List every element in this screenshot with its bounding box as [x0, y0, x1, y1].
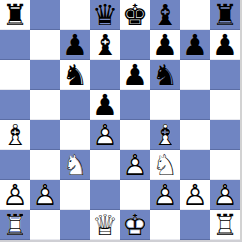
square-h4[interactable]: [210, 120, 240, 150]
square-b4[interactable]: [30, 120, 60, 150]
white-pawn[interactable]: ♟♙: [0, 180, 30, 210]
square-b3[interactable]: [30, 150, 60, 180]
black-pawn[interactable]: ♟: [122, 61, 148, 90]
square-h6[interactable]: [210, 60, 240, 90]
white-king-outline: ♔: [120, 210, 150, 240]
square-a5[interactable]: [0, 90, 30, 120]
white-rook-outline: ♖: [0, 210, 30, 240]
white-knight-outline: ♘: [60, 150, 90, 180]
black-pawn[interactable]: ♟: [212, 31, 238, 60]
white-pawn-outline: ♙: [120, 150, 150, 180]
square-g6[interactable]: [180, 60, 210, 90]
white-knight[interactable]: ♞♘: [60, 150, 90, 180]
black-bishop[interactable]: ♝: [152, 1, 178, 30]
white-queen[interactable]: ♛♕: [90, 210, 120, 240]
black-pawn[interactable]: ♟: [182, 31, 208, 60]
white-pawn-outline: ♙: [30, 180, 60, 210]
square-g8[interactable]: [180, 0, 210, 30]
square-a7[interactable]: [0, 30, 30, 60]
square-h8[interactable]: ♜: [210, 0, 240, 30]
square-e4[interactable]: [120, 120, 150, 150]
black-knight[interactable]: ♞: [62, 61, 88, 90]
white-pawn-outline: ♙: [180, 180, 210, 210]
square-g1[interactable]: [180, 210, 210, 240]
square-c5[interactable]: [60, 90, 90, 120]
square-f8[interactable]: ♝: [150, 0, 180, 30]
square-d6[interactable]: [90, 60, 120, 90]
black-pawn[interactable]: ♟: [62, 31, 88, 60]
square-d7[interactable]: ♝: [90, 30, 120, 60]
square-f6[interactable]: ♞: [150, 60, 180, 90]
square-c6[interactable]: ♞: [60, 60, 90, 90]
white-knight[interactable]: ♞♘: [150, 150, 180, 180]
black-rook[interactable]: ♜: [212, 1, 238, 30]
square-d3[interactable]: [90, 150, 120, 180]
square-b2[interactable]: ♟♙: [30, 180, 60, 210]
white-pawn-outline: ♙: [150, 180, 180, 210]
black-bishop[interactable]: ♝: [92, 31, 118, 60]
white-pawn[interactable]: ♟♙: [90, 120, 120, 150]
white-pawn[interactable]: ♟♙: [180, 180, 210, 210]
square-e6[interactable]: ♟: [120, 60, 150, 90]
white-pawn-outline: ♙: [210, 180, 240, 210]
chess-board-wrapper: ♜♛♚♝♜♟♝♟♟♟♞♟♞♟♝♗♟♙♝♗♞♘♟♙♞♘♟♙♟♙♟♙♟♙♟♙♜♖♛♕…: [0, 0, 242, 242]
black-queen[interactable]: ♛: [92, 1, 118, 30]
white-bishop-outline: ♗: [150, 120, 180, 150]
square-b5[interactable]: [30, 90, 60, 120]
square-g5[interactable]: [180, 90, 210, 120]
square-a2[interactable]: ♟♙: [0, 180, 30, 210]
white-rook[interactable]: ♜♖: [0, 210, 30, 240]
white-bishop-outline: ♗: [0, 120, 30, 150]
square-f5[interactable]: [150, 90, 180, 120]
white-rook-outline: ♖: [210, 210, 240, 240]
square-h1[interactable]: ♜♖: [210, 210, 240, 240]
square-c7[interactable]: ♟: [60, 30, 90, 60]
square-d2[interactable]: [90, 180, 120, 210]
black-pawn[interactable]: ♟: [152, 31, 178, 60]
square-e1[interactable]: ♚♔: [120, 210, 150, 240]
square-h7[interactable]: ♟: [210, 30, 240, 60]
square-d1[interactable]: ♛♕: [90, 210, 120, 240]
square-d4[interactable]: ♟♙: [90, 120, 120, 150]
square-a8[interactable]: ♜: [0, 0, 30, 30]
white-queen-outline: ♕: [90, 210, 120, 240]
white-pawn-outline: ♙: [0, 180, 30, 210]
square-a3[interactable]: [0, 150, 30, 180]
square-f3[interactable]: ♞♘: [150, 150, 180, 180]
square-f2[interactable]: ♟♙: [150, 180, 180, 210]
square-h5[interactable]: [210, 90, 240, 120]
white-pawn[interactable]: ♟♙: [150, 180, 180, 210]
square-e7[interactable]: [120, 30, 150, 60]
square-b8[interactable]: [30, 0, 60, 30]
square-a4[interactable]: ♝♗: [0, 120, 30, 150]
black-rook[interactable]: ♜: [2, 1, 28, 30]
white-bishop[interactable]: ♝♗: [0, 120, 30, 150]
square-c3[interactable]: ♞♘: [60, 150, 90, 180]
square-f7[interactable]: ♟: [150, 30, 180, 60]
square-h3[interactable]: [210, 150, 240, 180]
square-b6[interactable]: [30, 60, 60, 90]
square-a6[interactable]: [0, 60, 30, 90]
white-pawn[interactable]: ♟♙: [30, 180, 60, 210]
square-c4[interactable]: [60, 120, 90, 150]
black-pawn[interactable]: ♟: [92, 91, 118, 120]
square-b1[interactable]: [30, 210, 60, 240]
square-d5[interactable]: ♟: [90, 90, 120, 120]
square-c2[interactable]: [60, 180, 90, 210]
black-knight[interactable]: ♞: [152, 61, 178, 90]
square-e5[interactable]: [120, 90, 150, 120]
white-pawn[interactable]: ♟♙: [120, 150, 150, 180]
square-h2[interactable]: ♟♙: [210, 180, 240, 210]
square-e8[interactable]: ♚: [120, 0, 150, 30]
square-e3[interactable]: ♟♙: [120, 150, 150, 180]
square-g4[interactable]: [180, 120, 210, 150]
chess-board: ♜♛♚♝♜♟♝♟♟♟♞♟♞♟♝♗♟♙♝♗♞♘♟♙♞♘♟♙♟♙♟♙♟♙♟♙♜♖♛♕…: [0, 0, 242, 242]
square-g2[interactable]: ♟♙: [180, 180, 210, 210]
square-c8[interactable]: [60, 0, 90, 30]
white-pawn-outline: ♙: [90, 120, 120, 150]
square-e2[interactable]: [120, 180, 150, 210]
square-c1[interactable]: [60, 210, 90, 240]
white-pawn[interactable]: ♟♙: [210, 180, 240, 210]
square-g7[interactable]: ♟: [180, 30, 210, 60]
square-b7[interactable]: [30, 30, 60, 60]
white-knight-outline: ♘: [150, 150, 180, 180]
square-d8[interactable]: ♛: [90, 0, 120, 30]
square-f1[interactable]: [150, 210, 180, 240]
square-f4[interactable]: ♝♗: [150, 120, 180, 150]
white-bishop[interactable]: ♝♗: [150, 120, 180, 150]
white-rook[interactable]: ♜♖: [210, 210, 240, 240]
square-g3[interactable]: [180, 150, 210, 180]
white-king[interactable]: ♚♔: [120, 210, 150, 240]
black-king[interactable]: ♚: [122, 1, 148, 30]
square-a1[interactable]: ♜♖: [0, 210, 30, 240]
